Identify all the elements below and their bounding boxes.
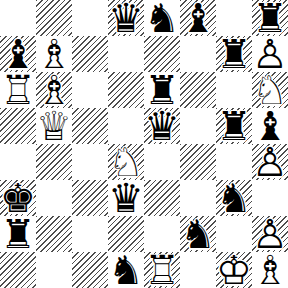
square-e2[interactable] (144, 216, 180, 252)
square-b2[interactable] (36, 216, 72, 252)
square-b5[interactable]: ♛♕ (36, 108, 72, 144)
square-a4[interactable] (0, 144, 36, 180)
square-g7[interactable]: ♜♜ (216, 36, 252, 72)
piece-black-knight: ♞ (180, 216, 216, 252)
piece-halo: ♞ (252, 72, 288, 108)
square-b6[interactable]: ♝♗ (36, 72, 72, 108)
piece-black-queen: ♛ (144, 108, 180, 144)
square-f1[interactable] (180, 252, 216, 288)
piece-black-rook: ♜ (144, 72, 180, 108)
piece-halo: ♜ (216, 36, 252, 72)
piece-white-bishop: ♗ (36, 36, 72, 72)
square-c7[interactable] (72, 36, 108, 72)
square-e8[interactable]: ♞♞ (144, 0, 180, 36)
piece-halo: ♝ (0, 36, 36, 72)
piece-white-bishop: ♗ (252, 252, 288, 288)
square-h4[interactable]: ♟♙ (252, 144, 288, 180)
piece-white-knight: ♘ (108, 144, 144, 180)
square-g8[interactable] (216, 0, 252, 36)
piece-white-knight: ♘ (252, 72, 288, 108)
piece-black-rook: ♜ (216, 108, 252, 144)
piece-halo: ♜ (0, 216, 36, 252)
square-a7[interactable]: ♝♝ (0, 36, 36, 72)
square-f2[interactable]: ♞♞ (180, 216, 216, 252)
square-b1[interactable] (36, 252, 72, 288)
square-h6[interactable]: ♞♘ (252, 72, 288, 108)
square-c1[interactable] (72, 252, 108, 288)
square-c4[interactable] (72, 144, 108, 180)
square-f5[interactable] (180, 108, 216, 144)
piece-black-bishop: ♝ (0, 36, 36, 72)
piece-white-rook: ♖ (0, 72, 36, 108)
piece-white-rook: ♖ (144, 252, 180, 288)
piece-black-queen: ♛ (108, 0, 144, 36)
piece-halo: ♝ (252, 252, 288, 288)
piece-black-rook: ♜ (0, 216, 36, 252)
piece-white-pawn: ♙ (252, 144, 288, 180)
square-d5[interactable] (108, 108, 144, 144)
piece-halo: ♝ (252, 108, 288, 144)
piece-halo: ♜ (144, 72, 180, 108)
piece-black-bishop: ♝ (180, 0, 216, 36)
square-g1[interactable]: ♚♔ (216, 252, 252, 288)
square-b3[interactable] (36, 180, 72, 216)
square-g6[interactable] (216, 72, 252, 108)
piece-white-pawn: ♙ (252, 216, 288, 252)
piece-halo: ♞ (108, 252, 144, 288)
piece-black-rook: ♜ (252, 0, 288, 36)
piece-black-knight: ♞ (144, 0, 180, 36)
piece-halo: ♛ (144, 108, 180, 144)
piece-halo: ♜ (252, 0, 288, 36)
square-e4[interactable] (144, 144, 180, 180)
square-c6[interactable] (72, 72, 108, 108)
piece-white-pawn: ♙ (252, 36, 288, 72)
square-e1[interactable]: ♜♖ (144, 252, 180, 288)
square-h3[interactable] (252, 180, 288, 216)
square-h7[interactable]: ♟♙ (252, 36, 288, 72)
piece-halo: ♞ (144, 0, 180, 36)
piece-white-bishop: ♗ (36, 72, 72, 108)
square-a3[interactable]: ♚♚ (0, 180, 36, 216)
square-a2[interactable]: ♜♜ (0, 216, 36, 252)
square-d7[interactable] (108, 36, 144, 72)
square-h5[interactable]: ♝♝ (252, 108, 288, 144)
square-c8[interactable] (72, 0, 108, 36)
piece-halo: ♟ (252, 216, 288, 252)
piece-white-queen: ♕ (36, 108, 72, 144)
piece-black-queen: ♛ (108, 180, 144, 216)
square-c5[interactable] (72, 108, 108, 144)
square-f3[interactable] (180, 180, 216, 216)
piece-halo: ♞ (180, 216, 216, 252)
square-d4[interactable]: ♞♘ (108, 144, 144, 180)
square-d6[interactable] (108, 72, 144, 108)
piece-halo: ♛ (108, 180, 144, 216)
square-d3[interactable]: ♛♛ (108, 180, 144, 216)
square-d1[interactable]: ♞♞ (108, 252, 144, 288)
piece-halo: ♜ (0, 72, 36, 108)
square-h1[interactable]: ♝♗ (252, 252, 288, 288)
square-f6[interactable] (180, 72, 216, 108)
square-g3[interactable]: ♞♞ (216, 180, 252, 216)
piece-halo: ♞ (216, 180, 252, 216)
piece-halo: ♞ (108, 144, 144, 180)
square-f7[interactable] (180, 36, 216, 72)
piece-black-king: ♚ (0, 180, 36, 216)
square-g4[interactable] (216, 144, 252, 180)
square-b8[interactable] (36, 0, 72, 36)
square-d8[interactable]: ♛♛ (108, 0, 144, 36)
square-a8[interactable] (0, 0, 36, 36)
square-h8[interactable]: ♜♜ (252, 0, 288, 36)
square-e5[interactable]: ♛♛ (144, 108, 180, 144)
piece-halo: ♚ (0, 180, 36, 216)
square-d2[interactable] (108, 216, 144, 252)
piece-halo: ♟ (252, 144, 288, 180)
square-g5[interactable]: ♜♜ (216, 108, 252, 144)
piece-halo: ♟ (252, 36, 288, 72)
piece-halo: ♝ (180, 0, 216, 36)
piece-halo: ♛ (108, 0, 144, 36)
piece-halo: ♜ (144, 252, 180, 288)
square-b7[interactable]: ♝♗ (36, 36, 72, 72)
square-f4[interactable] (180, 144, 216, 180)
square-e3[interactable] (144, 180, 180, 216)
square-g2[interactable] (216, 216, 252, 252)
piece-halo: ♜ (216, 108, 252, 144)
piece-black-knight: ♞ (108, 252, 144, 288)
piece-halo: ♚ (216, 252, 252, 288)
square-c2[interactable] (72, 216, 108, 252)
square-f8[interactable]: ♝♝ (180, 0, 216, 36)
piece-black-rook: ♜ (216, 36, 252, 72)
square-a6[interactable]: ♜♖ (0, 72, 36, 108)
square-a5[interactable] (0, 108, 36, 144)
square-e6[interactable]: ♜♜ (144, 72, 180, 108)
piece-black-knight: ♞ (216, 180, 252, 216)
square-c3[interactable] (72, 180, 108, 216)
piece-halo: ♛ (36, 108, 72, 144)
square-a1[interactable] (0, 252, 36, 288)
chess-board: ♛♛♞♞♝♝♜♜♝♝♝♗♜♜♟♙♜♖♝♗♜♜♞♘♛♕♛♛♜♜♝♝♞♘♟♙♚♚♛♛… (0, 0, 288, 288)
piece-halo: ♝ (36, 72, 72, 108)
square-h2[interactable]: ♟♙ (252, 216, 288, 252)
piece-black-bishop: ♝ (252, 108, 288, 144)
piece-halo: ♝ (36, 36, 72, 72)
square-b4[interactable] (36, 144, 72, 180)
piece-white-king: ♔ (216, 252, 252, 288)
square-e7[interactable] (144, 36, 180, 72)
